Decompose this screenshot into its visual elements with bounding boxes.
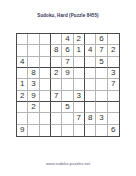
sudoku-cell-r3c1: 4: [17, 57, 28, 68]
sudoku-cell-r2c7: 4: [85, 45, 96, 56]
sudoku-cell-r5c8: [96, 79, 107, 90]
sudoku-cell-r2c8: 7: [96, 45, 107, 56]
sudoku-cell-r1c9: [108, 34, 119, 45]
sudoku-cell-r9c7: [85, 125, 96, 136]
sudoku-cell-r9c4: [51, 125, 62, 136]
sudoku-cell-r3c6: [74, 57, 85, 68]
sudoku-cell-r8c8: 3: [96, 113, 107, 124]
sudoku-cell-r2c2: [28, 45, 39, 56]
sudoku-cell-r8c3: [40, 113, 51, 124]
sudoku-cell-r1c5: 4: [62, 34, 73, 45]
sudoku-cell-r8c4: [51, 113, 62, 124]
sudoku-cell-r5c1: 1: [17, 79, 28, 90]
sudoku-cell-r6c2: 9: [28, 91, 39, 102]
sudoku-cell-r5c7: [85, 79, 96, 90]
sudoku-cell-r8c7: 8: [85, 113, 96, 124]
sudoku-cell-r5c4: [51, 79, 62, 90]
sudoku-cell-r8c5: [62, 113, 73, 124]
sudoku-cell-r9c3: [40, 125, 51, 136]
sudoku-cell-r3c8: 5: [96, 57, 107, 68]
sudoku-cell-r5c2: 3: [28, 79, 39, 90]
sudoku-cell-r5c9: 7: [108, 79, 119, 90]
sudoku-cell-r4c9: 3: [108, 68, 119, 79]
sudoku-cell-r5c6: [74, 79, 85, 90]
sudoku-cell-r6c3: [40, 91, 51, 102]
sudoku-cell-r8c2: [28, 113, 39, 124]
sudoku-cell-r1c2: [28, 34, 39, 45]
sudoku-cell-r1c6: 2: [74, 34, 85, 45]
sudoku-cell-r2c5: 6: [62, 45, 73, 56]
sudoku-cell-r4c6: [74, 68, 85, 79]
sudoku-cell-r6c7: [85, 91, 96, 102]
sudoku-cell-r9c9: 6: [108, 125, 119, 136]
sudoku-cell-r1c8: 6: [96, 34, 107, 45]
sudoku-cell-r4c3: [40, 68, 51, 79]
sudoku-cell-r7c6: [74, 102, 85, 113]
sudoku-cell-r7c2: 2: [28, 102, 39, 113]
sudoku-cell-r9c5: [62, 125, 73, 136]
sudoku-cell-r6c5: [62, 91, 73, 102]
sudoku-cell-r9c2: [28, 125, 39, 136]
sudoku-cell-r1c3: [40, 34, 51, 45]
sudoku-cell-r2c4: 8: [51, 45, 62, 56]
sudoku-cell-r6c6: 3: [74, 91, 85, 102]
sudoku-grid: 426861472475829313729732578396: [16, 33, 120, 137]
sudoku-cell-r6c1: 2: [17, 91, 28, 102]
sudoku-cell-r9c1: 9: [17, 125, 28, 136]
sudoku-cell-r4c8: [96, 68, 107, 79]
footer-url: www.sudoku-puzzles.net: [0, 161, 136, 166]
sudoku-cell-r6c4: 7: [51, 91, 62, 102]
sudoku-cell-r9c6: [74, 125, 85, 136]
sudoku-cell-r2c1: [17, 45, 28, 56]
sudoku-cell-r4c7: [85, 68, 96, 79]
sudoku-cell-r7c4: [51, 102, 62, 113]
sudoku-cell-r7c5: 5: [62, 102, 73, 113]
sudoku-cell-r4c1: [17, 68, 28, 79]
sudoku-cell-r2c3: [40, 45, 51, 56]
sudoku-cell-r6c9: [108, 91, 119, 102]
sudoku-cell-r4c4: 2: [51, 68, 62, 79]
sudoku-cell-r8c6: 7: [74, 113, 85, 124]
sudoku-cell-r7c7: [85, 102, 96, 113]
sudoku-cell-r3c9: [108, 57, 119, 68]
sudoku-cell-r9c8: [96, 125, 107, 136]
sudoku-cell-r7c9: [108, 102, 119, 113]
puzzle-title: Sudoku, Hard (Puzzle 8455): [0, 13, 136, 18]
sudoku-cell-r6c8: [96, 91, 107, 102]
sudoku-cell-r3c3: [40, 57, 51, 68]
sudoku-cell-r3c2: [28, 57, 39, 68]
sudoku-cell-r2c6: 1: [74, 45, 85, 56]
sudoku-cell-r3c5: 7: [62, 57, 73, 68]
sudoku-cell-r1c1: [17, 34, 28, 45]
sudoku-cell-r7c1: [17, 102, 28, 113]
sudoku-cell-r3c7: [85, 57, 96, 68]
sudoku-cell-r8c9: [108, 113, 119, 124]
sudoku-cell-r3c4: [51, 57, 62, 68]
sudoku-cell-r8c1: [17, 113, 28, 124]
sudoku-cell-r5c3: [40, 79, 51, 90]
sudoku-cell-r1c7: [85, 34, 96, 45]
sudoku-cell-r7c8: [96, 102, 107, 113]
sudoku-cell-r2c9: 2: [108, 45, 119, 56]
sudoku-cell-r4c2: 8: [28, 68, 39, 79]
sudoku-cell-r5c5: [62, 79, 73, 90]
sudoku-cell-r7c3: [40, 102, 51, 113]
sudoku-cell-r4c5: 9: [62, 68, 73, 79]
sudoku-cell-r1c4: [51, 34, 62, 45]
